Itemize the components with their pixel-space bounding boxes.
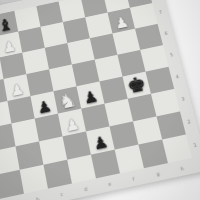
file-label-f: f: [121, 172, 147, 186]
file-label-h: h: [169, 162, 195, 176]
board-border: ♝♟♟♚♟♟♞♟♚♟♟ abcdefgh 87654321 ◇: [0, 0, 200, 200]
file-label-b: b: [25, 193, 51, 200]
file-label-d: d: [73, 182, 99, 196]
board-perspective-wrapper: ♝♟♟♚♟♟♞♟♚♟♟ abcdefgh 87654321 ◇: [0, 0, 200, 200]
chessboard-photo: ♝♟♟♚♟♟♞♟♚♟♟ abcdefgh 87654321 ◇: [0, 0, 200, 200]
file-label-c: c: [49, 188, 75, 200]
file-label-a: a: [1, 198, 27, 200]
file-label-g: g: [145, 167, 171, 181]
board-rotation-wrapper: ♝♟♟♚♟♟♞♟♚♟♟ abcdefgh 87654321 ◇: [0, 0, 200, 200]
file-label-e: e: [97, 177, 123, 191]
